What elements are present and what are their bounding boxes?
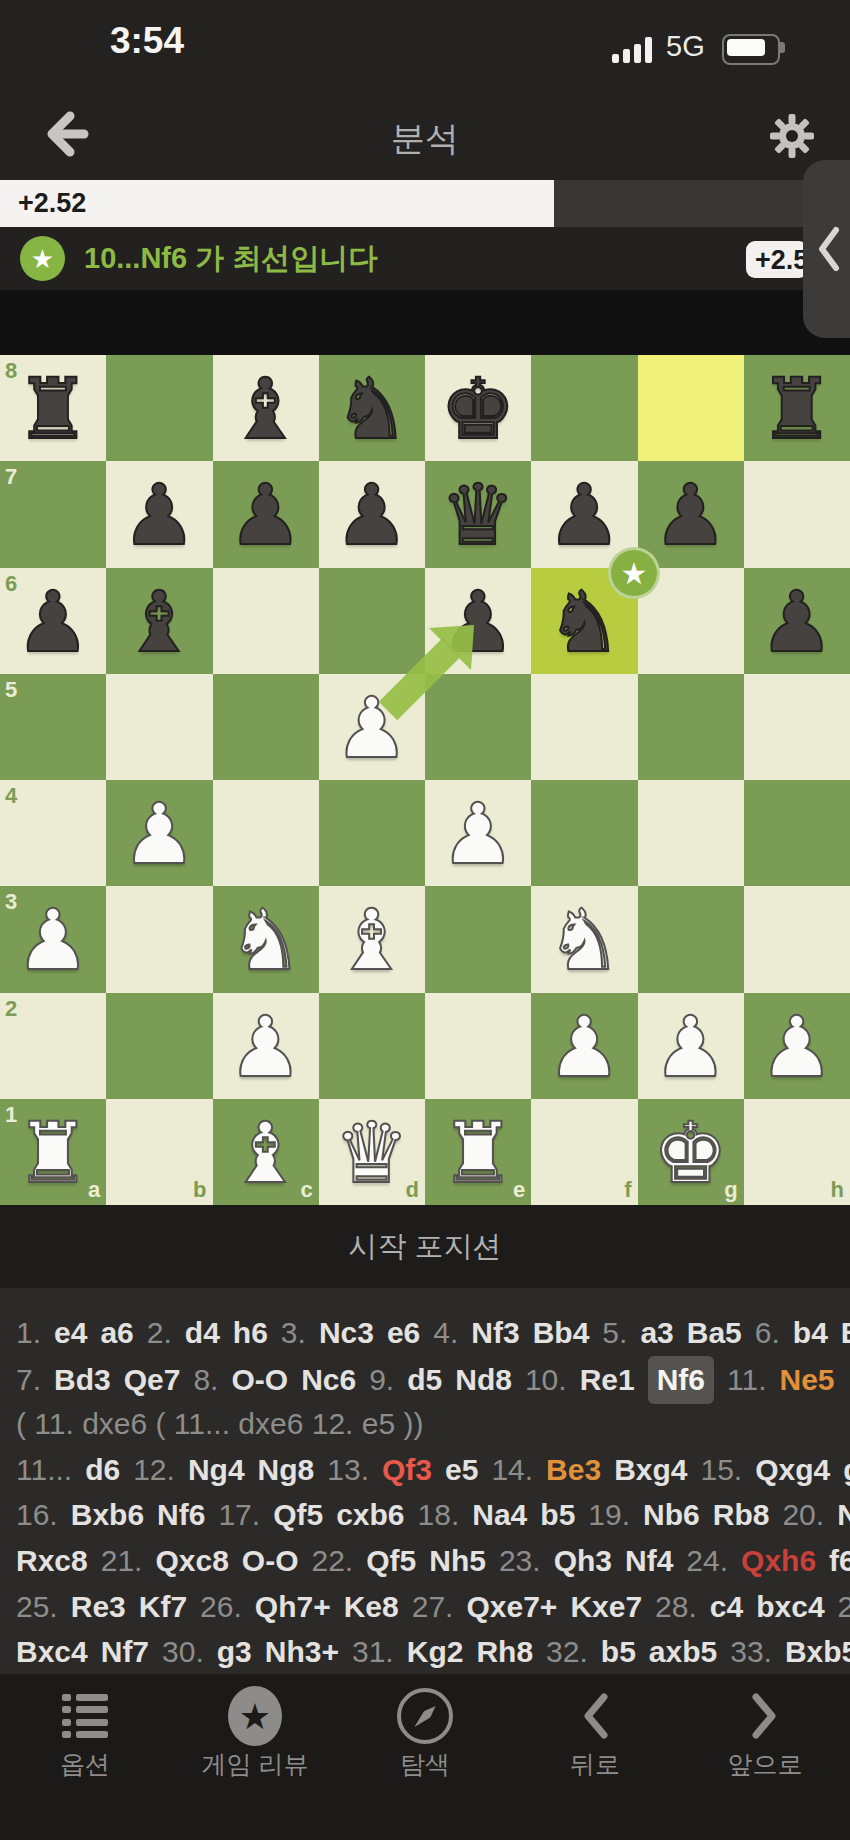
square-g7[interactable]: ♟ bbox=[638, 461, 744, 567]
square-e4[interactable]: ♟ bbox=[425, 780, 531, 886]
move[interactable]: Nb6 bbox=[643, 1492, 700, 1538]
square-b2[interactable] bbox=[106, 993, 212, 1099]
move[interactable]: Bxb6 bbox=[71, 1492, 144, 1538]
move-line-3: ( 11. dxe6 ( 11... dxe6 12. e5 )) bbox=[16, 1401, 846, 1447]
square-f3[interactable]: ♞ bbox=[531, 886, 637, 992]
move-number: 33. bbox=[730, 1629, 772, 1674]
analysis-screen: 3:54 5G 분석 bbox=[0, 0, 850, 1840]
rank-label-4: 4 bbox=[5, 783, 17, 809]
square-f1[interactable]: f bbox=[531, 1099, 637, 1205]
move-number: 15. bbox=[701, 1447, 743, 1493]
move[interactable]: bxc4 bbox=[756, 1584, 824, 1630]
move[interactable]: O-O bbox=[242, 1538, 299, 1584]
square-d7[interactable]: ♟ bbox=[319, 461, 425, 567]
square-b3[interactable] bbox=[106, 886, 212, 992]
piece-black-pawn[interactable]: ♟ bbox=[319, 461, 425, 567]
move-line-2: 7.Bd3Qe78.O-ONc69.d5Nd810.Re1Nf611.Ne5 bbox=[16, 1356, 846, 1402]
piece-white-knight[interactable]: ♞ bbox=[213, 886, 319, 992]
square-h3[interactable] bbox=[744, 886, 850, 992]
move[interactable]: Bxc4 bbox=[16, 1629, 88, 1674]
piece-black-pawn[interactable]: ♟ bbox=[744, 568, 850, 674]
piece-white-pawn[interactable]: ♟ bbox=[106, 780, 212, 886]
square-c4[interactable] bbox=[213, 780, 319, 886]
square-h1[interactable]: h bbox=[744, 1099, 850, 1205]
piece-white-knight[interactable]: ♞ bbox=[531, 886, 637, 992]
piece-white-pawn[interactable]: ♟ bbox=[638, 993, 744, 1099]
move-number: 10. bbox=[525, 1357, 567, 1403]
square-a7[interactable]: 7 bbox=[0, 461, 106, 567]
move[interactable]: Nc3 bbox=[319, 1310, 374, 1356]
move-number: 32. bbox=[546, 1629, 588, 1674]
evaluation-value: +2.52 bbox=[18, 180, 86, 227]
square-g4[interactable] bbox=[638, 780, 744, 886]
file-label-h: h bbox=[831, 1177, 844, 1203]
square-d2[interactable] bbox=[319, 993, 425, 1099]
move[interactable]: d6 bbox=[85, 1447, 120, 1493]
move[interactable]: Ba5 bbox=[687, 1310, 742, 1356]
move[interactable]: h6 bbox=[233, 1310, 268, 1356]
square-b5[interactable] bbox=[106, 674, 212, 780]
nav-game-review[interactable]: ★ 게임 리뷰 bbox=[185, 1674, 325, 1794]
square-a1[interactable]: 1a♜ bbox=[0, 1099, 106, 1205]
square-d8[interactable]: ♞ bbox=[319, 355, 425, 461]
move[interactable]: Rh8 bbox=[476, 1629, 533, 1674]
move[interactable]: Qxh6 bbox=[741, 1538, 816, 1584]
move[interactable]: Qe7 bbox=[124, 1357, 181, 1403]
move-number: 16. bbox=[16, 1492, 58, 1538]
move-number: 17. bbox=[218, 1492, 260, 1538]
move[interactable]: Ng4 bbox=[188, 1447, 245, 1493]
move-number: 25. bbox=[16, 1584, 58, 1630]
move[interactable]: Nh5 bbox=[429, 1538, 486, 1584]
piece-black-knight[interactable]: ♞ bbox=[319, 355, 425, 461]
piece-white-rook[interactable]: ♜ bbox=[425, 1099, 531, 1205]
move-number: 3. bbox=[281, 1310, 306, 1356]
move-number: 22. bbox=[312, 1538, 354, 1584]
move[interactable]: Nh3+ bbox=[265, 1629, 339, 1674]
move[interactable]: Nc6 bbox=[301, 1357, 356, 1403]
spacer bbox=[0, 290, 850, 355]
square-g1[interactable]: g♚ bbox=[638, 1099, 744, 1205]
battery-nub bbox=[780, 42, 785, 53]
move[interactable]: Ke8 bbox=[344, 1584, 399, 1630]
square-h6[interactable]: ♟ bbox=[744, 568, 850, 674]
square-g3[interactable] bbox=[638, 886, 744, 992]
move[interactable]: Na4 bbox=[472, 1492, 527, 1538]
move[interactable]: Bxb5 bbox=[785, 1629, 850, 1674]
square-a4[interactable]: 4 bbox=[0, 780, 106, 886]
move-number: 11. bbox=[727, 1357, 766, 1403]
square-d6[interactable] bbox=[319, 568, 425, 674]
move[interactable]: Re1 bbox=[580, 1357, 635, 1403]
square-e3[interactable] bbox=[425, 886, 531, 992]
move-number: 12. bbox=[133, 1447, 175, 1493]
square-c7[interactable]: ♟ bbox=[213, 461, 319, 567]
move[interactable]: O-O bbox=[231, 1357, 288, 1403]
move[interactable]: a3 bbox=[640, 1310, 673, 1356]
top-chrome: 3:54 5G 분석 bbox=[0, 0, 850, 180]
piece-black-pawn[interactable]: ♟ bbox=[425, 568, 531, 674]
move[interactable]: b5 bbox=[540, 1492, 575, 1538]
move[interactable]: e4 bbox=[54, 1310, 87, 1356]
move-number: 29. bbox=[838, 1584, 850, 1630]
move[interactable]: f6 bbox=[829, 1538, 850, 1584]
move[interactable]: b4 bbox=[793, 1310, 828, 1356]
piece-black-queen[interactable]: ♛ bbox=[425, 461, 531, 567]
square-a8[interactable]: 8♜ bbox=[0, 355, 106, 461]
move-number: 14. bbox=[491, 1447, 533, 1493]
move-number: 11... bbox=[16, 1447, 72, 1493]
piece-white-rook[interactable]: ♜ bbox=[0, 1099, 106, 1205]
move-list[interactable]: 1.e4a62.d4h63.Nc3e64.Nf3Bb45.a3Ba56.b4Bb… bbox=[0, 1288, 850, 1674]
chess-board[interactable]: 8♜♝♞♚♜7♟♟♟♛♟♟6♟♝♟♞♟5♟4♟♟3♟♞♝♞2♟♟♟♟1a♜bc♝… bbox=[0, 355, 850, 1205]
square-a6[interactable]: 6♟ bbox=[0, 568, 106, 674]
move[interactable]: a6 bbox=[100, 1310, 133, 1356]
move[interactable]: Bb4 bbox=[533, 1310, 590, 1356]
square-e1[interactable]: e♜ bbox=[425, 1099, 531, 1205]
square-h2[interactable]: ♟ bbox=[744, 993, 850, 1099]
move-line-6: Rxc821.Qxc8O-O22.Qf5Nh523.Qh3Nf424.Qxh6f… bbox=[16, 1538, 846, 1584]
move[interactable]: e5 bbox=[445, 1447, 478, 1493]
square-c6[interactable] bbox=[213, 568, 319, 674]
piece-white-bishop[interactable]: ♝ bbox=[213, 1099, 319, 1205]
square-b1[interactable]: b bbox=[106, 1099, 212, 1205]
square-a5[interactable]: 5 bbox=[0, 674, 106, 780]
square-f8[interactable] bbox=[531, 355, 637, 461]
move-list-header: 시작 포지션 bbox=[0, 1205, 850, 1288]
move[interactable]: Ne5 bbox=[780, 1357, 835, 1403]
square-h4[interactable] bbox=[744, 780, 850, 886]
square-d1[interactable]: d♛ bbox=[319, 1099, 425, 1205]
rank-label-2: 2 bbox=[5, 996, 17, 1022]
move[interactable]: Kf7 bbox=[139, 1584, 187, 1630]
list-icon bbox=[15, 1686, 155, 1746]
analysis-drawer-handle[interactable] bbox=[803, 160, 850, 338]
piece-white-pawn[interactable]: ♟ bbox=[744, 993, 850, 1099]
square-b4[interactable]: ♟ bbox=[106, 780, 212, 886]
move-number: 19. bbox=[588, 1492, 630, 1538]
move-number: 23. bbox=[499, 1538, 541, 1584]
compass-icon bbox=[355, 1686, 495, 1746]
move[interactable]: Rb8 bbox=[713, 1492, 770, 1538]
piece-black-pawn[interactable]: ♟ bbox=[106, 461, 212, 567]
square-d4[interactable] bbox=[319, 780, 425, 886]
piece-white-king[interactable]: ♚ bbox=[638, 1099, 744, 1205]
move[interactable]: Nf4 bbox=[625, 1538, 673, 1584]
move[interactable]: c4 bbox=[710, 1584, 743, 1630]
nav-explore[interactable]: 탐색 bbox=[355, 1674, 495, 1794]
square-c8[interactable]: ♝ bbox=[213, 355, 319, 461]
move-number: 31. bbox=[352, 1629, 394, 1674]
move-line-7: 25.Re3Kf726.Qh7+Ke827.Qxe7+Kxe728.c4bxc4… bbox=[16, 1584, 846, 1630]
move[interactable]: Nd8 bbox=[455, 1357, 512, 1403]
move[interactable]: Nf7 bbox=[101, 1629, 149, 1674]
status-time: 3:54 bbox=[92, 20, 202, 62]
gear-icon[interactable] bbox=[768, 112, 816, 160]
move[interactable]: Kg2 bbox=[407, 1629, 464, 1674]
move[interactable]: g5 bbox=[843, 1447, 850, 1493]
bottom-nav: 옵션 ★ 게임 리뷰 탐색 뒤로 앞으로 bbox=[0, 1674, 850, 1840]
move[interactable]: ( 11. dxe6 ( 11... dxe6 12. e5 )) bbox=[16, 1401, 423, 1447]
move-number: 4. bbox=[433, 1310, 458, 1356]
move-number: 6. bbox=[755, 1310, 780, 1356]
nav-forward[interactable]: 앞으로 bbox=[695, 1674, 835, 1794]
move[interactable]: Bb6 bbox=[841, 1310, 850, 1356]
move[interactable]: d4 bbox=[185, 1310, 220, 1356]
move[interactable]: Re3 bbox=[71, 1584, 126, 1630]
piece-white-pawn[interactable]: ♟ bbox=[319, 674, 425, 780]
move-number: 26. bbox=[200, 1584, 242, 1630]
move[interactable]: Qf5 bbox=[366, 1538, 416, 1584]
move[interactable]: Nf6 bbox=[157, 1492, 205, 1538]
best-move-text: 10...Nf6 가 최선입니다 bbox=[84, 227, 377, 290]
move[interactable]: Qxg4 bbox=[755, 1447, 830, 1493]
square-g2[interactable]: ♟ bbox=[638, 993, 744, 1099]
nav-options[interactable]: 옵션 bbox=[15, 1674, 155, 1794]
square-h5[interactable] bbox=[744, 674, 850, 780]
move[interactable]: Bxg4 bbox=[614, 1447, 687, 1493]
move-number: 24. bbox=[686, 1538, 728, 1584]
piece-white-pawn[interactable]: ♟ bbox=[531, 993, 637, 1099]
move[interactable]: cxb6 bbox=[336, 1492, 404, 1538]
move-number: 28. bbox=[655, 1584, 697, 1630]
piece-white-pawn[interactable]: ♟ bbox=[213, 993, 319, 1099]
square-a3[interactable]: 3♟ bbox=[0, 886, 106, 992]
move-number: 27. bbox=[412, 1584, 454, 1630]
move[interactable]: Qxc8 bbox=[155, 1538, 228, 1584]
move[interactable]: Qxe7+ bbox=[466, 1584, 557, 1630]
piece-black-bishop[interactable]: ♝ bbox=[106, 568, 212, 674]
move[interactable]: e6 bbox=[387, 1310, 420, 1356]
move[interactable]: g3 bbox=[217, 1629, 252, 1674]
square-a2[interactable]: 2 bbox=[0, 993, 106, 1099]
square-c3[interactable]: ♞ bbox=[213, 886, 319, 992]
star-circle-icon: ★ bbox=[185, 1686, 325, 1746]
square-c1[interactable]: c♝ bbox=[213, 1099, 319, 1205]
square-b8[interactable] bbox=[106, 355, 212, 461]
piece-black-pawn[interactable]: ♟ bbox=[638, 461, 744, 567]
square-e7[interactable]: ♛ bbox=[425, 461, 531, 567]
square-g5[interactable] bbox=[638, 674, 744, 780]
square-c2[interactable]: ♟ bbox=[213, 993, 319, 1099]
square-f5[interactable] bbox=[531, 674, 637, 780]
piece-black-rook[interactable]: ♜ bbox=[744, 355, 850, 461]
move-number: 20. bbox=[782, 1492, 824, 1538]
piece-black-pawn[interactable]: ♟ bbox=[213, 461, 319, 567]
move[interactable]: Rxc8 bbox=[16, 1538, 88, 1584]
move[interactable]: Nf6 bbox=[648, 1356, 714, 1404]
piece-black-king[interactable]: ♚ bbox=[425, 355, 531, 461]
square-f4[interactable] bbox=[531, 780, 637, 886]
page-title: 분석 bbox=[0, 116, 850, 162]
best-move-star-badge: ★ bbox=[608, 547, 660, 599]
move-number: 5. bbox=[602, 1310, 627, 1356]
rank-label-5: 5 bbox=[5, 677, 17, 703]
move[interactable]: Nc8 bbox=[837, 1492, 850, 1538]
move-number: 9. bbox=[369, 1357, 394, 1403]
square-d3[interactable]: ♝ bbox=[319, 886, 425, 992]
move[interactable]: Qf5 bbox=[273, 1492, 323, 1538]
piece-white-pawn[interactable]: ♟ bbox=[0, 886, 106, 992]
move[interactable]: Qh7+ bbox=[255, 1584, 331, 1630]
nav-back[interactable]: 뒤로 bbox=[525, 1674, 665, 1794]
square-e5[interactable] bbox=[425, 674, 531, 780]
square-f2[interactable]: ♟ bbox=[531, 993, 637, 1099]
move-line-4: 11...d612.Ng4Ng813.Qf3e514.Be3Bxg415.Qxg… bbox=[16, 1447, 846, 1493]
square-b7[interactable]: ♟ bbox=[106, 461, 212, 567]
move-line-5: 16.Bxb6Nf617.Qf5cxb618.Na4b519.Nb6Rb820.… bbox=[16, 1492, 846, 1538]
file-label-b: b bbox=[193, 1177, 206, 1203]
move-number: 8. bbox=[193, 1357, 218, 1403]
move[interactable]: Be3 bbox=[546, 1447, 601, 1493]
evaluation-bar: +2.52 bbox=[0, 180, 850, 227]
piece-black-rook[interactable]: ♜ bbox=[0, 355, 106, 461]
move[interactable]: Nf3 bbox=[471, 1310, 519, 1356]
move-line-8: Bxc4Nf730.g3Nh3+31.Kg2Rh832.b5axb533.Bxb… bbox=[16, 1629, 846, 1674]
square-g8[interactable] bbox=[638, 355, 744, 461]
square-e2[interactable] bbox=[425, 993, 531, 1099]
file-label-f: f bbox=[624, 1177, 631, 1203]
move[interactable]: axb5 bbox=[649, 1629, 717, 1674]
square-d5[interactable]: ♟ bbox=[319, 674, 425, 780]
square-b6[interactable]: ♝ bbox=[106, 568, 212, 674]
move[interactable]: Bd3 bbox=[54, 1357, 111, 1403]
move-number: 1. bbox=[16, 1310, 41, 1356]
best-move-banner: ★ 10...Nf6 가 최선입니다 bbox=[0, 227, 850, 290]
piece-black-pawn[interactable]: ♟ bbox=[0, 568, 106, 674]
move-number: 2. bbox=[147, 1310, 172, 1356]
move[interactable]: Kxe7 bbox=[570, 1584, 642, 1630]
piece-black-bishop[interactable]: ♝ bbox=[213, 355, 319, 461]
move-number: 18. bbox=[418, 1492, 460, 1538]
move[interactable]: Qf3 bbox=[382, 1447, 432, 1493]
piece-white-pawn[interactable]: ♟ bbox=[425, 780, 531, 886]
move[interactable]: Ng8 bbox=[258, 1447, 315, 1493]
signal-strength-icon bbox=[612, 36, 658, 63]
square-h8[interactable]: ♜ bbox=[744, 355, 850, 461]
move[interactable]: b5 bbox=[601, 1629, 636, 1674]
move-number: 7. bbox=[16, 1357, 41, 1403]
move-number: 30. bbox=[162, 1629, 204, 1674]
move-line-1: 1.e4a62.d4h63.Nc3e64.Nf3Bb45.a3Ba56.b4Bb… bbox=[16, 1310, 846, 1356]
move-number: 21. bbox=[101, 1538, 143, 1584]
square-c5[interactable] bbox=[213, 674, 319, 780]
piece-white-queen[interactable]: ♛ bbox=[319, 1099, 425, 1205]
battery-icon bbox=[722, 34, 780, 65]
chevron-right-icon bbox=[695, 1686, 835, 1746]
move-number: 13. bbox=[327, 1447, 369, 1493]
rank-label-7: 7 bbox=[5, 464, 17, 490]
eval-badge: +2.5 bbox=[746, 241, 808, 278]
network-type: 5G bbox=[666, 30, 705, 63]
move[interactable]: Qh3 bbox=[554, 1538, 612, 1584]
move[interactable]: d5 bbox=[407, 1357, 442, 1403]
square-e8[interactable]: ♚ bbox=[425, 355, 531, 461]
best-move-star-icon: ★ bbox=[20, 236, 65, 281]
square-e6[interactable]: ♟ bbox=[425, 568, 531, 674]
piece-white-bishop[interactable]: ♝ bbox=[319, 886, 425, 992]
square-h7[interactable] bbox=[744, 461, 850, 567]
chevron-left-icon bbox=[525, 1686, 665, 1746]
